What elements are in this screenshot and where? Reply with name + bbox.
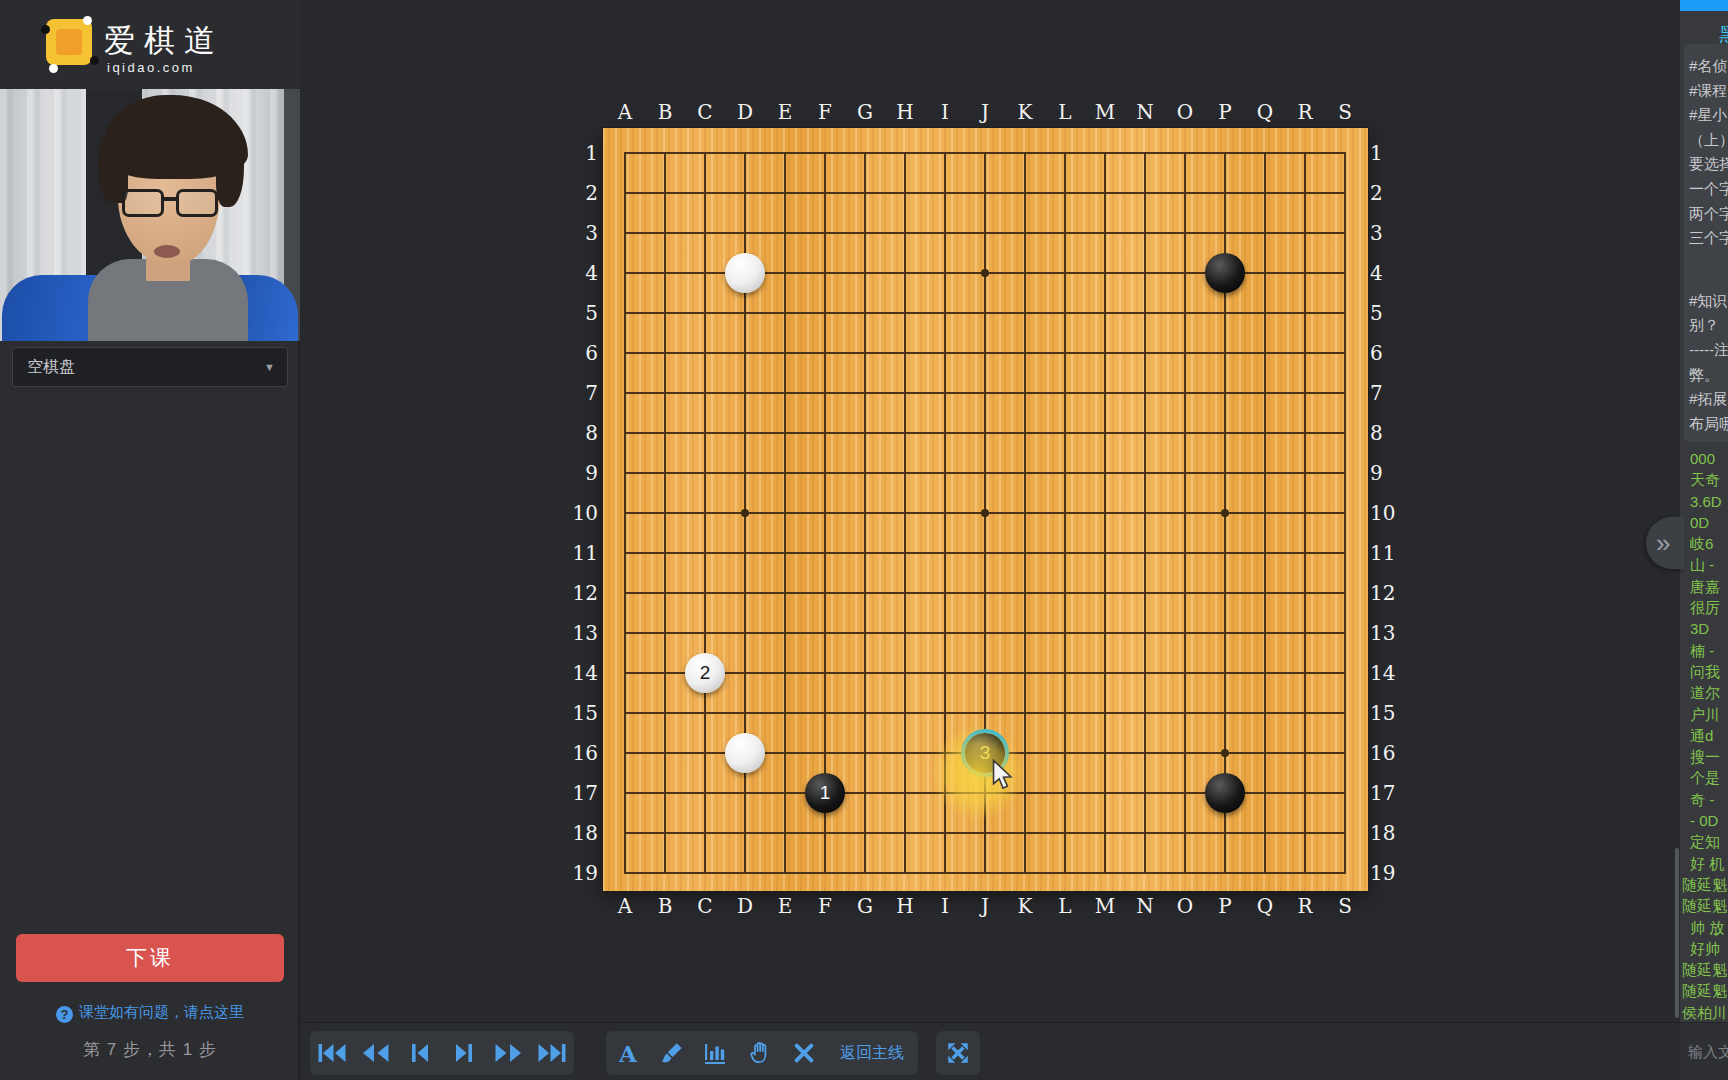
logo-white-stone-dot xyxy=(49,64,58,73)
column-label: I xyxy=(934,895,956,917)
row-label: 12 xyxy=(1370,582,1396,604)
instructor-mouth xyxy=(154,245,180,258)
column-label: O xyxy=(1174,895,1196,917)
chat-message-line: 随延魁 xyxy=(1682,959,1728,980)
chat-message-line: - 0D xyxy=(1682,810,1728,831)
brush-tool-button[interactable] xyxy=(650,1031,694,1075)
row-label: 5 xyxy=(1370,302,1396,324)
black-stone-P17[interactable] xyxy=(1205,773,1245,813)
row-label: 1 xyxy=(572,142,598,164)
iqidao-logo-icon xyxy=(40,15,96,71)
app-title: 爱棋道 xyxy=(104,20,224,62)
chat-panel-top-bar xyxy=(1680,0,1728,11)
glasses-bridge xyxy=(162,197,178,201)
iqidao-classroom-app: 爱棋道 iqidao.com 空棋盘 ▼ 下课 ?课堂如有问题，请点这里 xyxy=(0,0,1728,1080)
return-mainline-button[interactable]: 返回主线 xyxy=(826,1043,918,1064)
column-label: N xyxy=(1134,101,1156,123)
fast-forward-button[interactable] xyxy=(486,1031,530,1075)
star-point xyxy=(1221,509,1229,517)
chat-message-line: 奇 - xyxy=(1682,789,1728,810)
row-label: 2 xyxy=(1370,182,1396,204)
column-label: M xyxy=(1094,101,1116,123)
row-label: 8 xyxy=(1370,422,1396,444)
chat-message-line: 随延魁 xyxy=(1682,874,1728,895)
chat-message-line: 3D xyxy=(1682,618,1728,639)
chat-message-line: 很厉 xyxy=(1682,597,1728,618)
skip-to-start-icon xyxy=(317,1042,347,1064)
close-tool-icon xyxy=(793,1042,815,1064)
announcement-line: 一个字 xyxy=(1689,177,1728,202)
row-label: 3 xyxy=(1370,222,1396,244)
announcement-line: 两个字 xyxy=(1689,202,1728,227)
row-label: 13 xyxy=(572,622,598,644)
announcement-line: #名侦 xyxy=(1689,54,1728,79)
chat-message-line: 道尔 xyxy=(1682,682,1728,703)
help-link-label: 课堂如有问题，请点这里 xyxy=(79,1003,244,1020)
chat-message-line: 楠 - xyxy=(1682,640,1728,661)
row-label: 10 xyxy=(572,502,598,524)
row-label: 9 xyxy=(572,462,598,484)
step-forward-button[interactable] xyxy=(442,1031,486,1075)
column-label: B xyxy=(654,895,676,917)
row-label: 19 xyxy=(572,862,598,884)
star-point xyxy=(741,509,749,517)
announcement-gap xyxy=(1689,251,1728,289)
chat-input-placeholder: 输入文 xyxy=(1688,1043,1728,1062)
row-label: 11 xyxy=(572,542,598,564)
row-label: 9 xyxy=(1370,462,1396,484)
chat-panel: 黑 #名侦#课程#星小（上）要选择一个字两个字三个字#知识别？-----注弊。#… xyxy=(1680,0,1728,1080)
column-label: M xyxy=(1094,895,1116,917)
announcement-line: 要选择 xyxy=(1689,152,1728,177)
go-board[interactable]: AABBCCDDEEFFGGHHIIJJKKLLMMNNOOPPQQRRSS11… xyxy=(603,128,1368,891)
announcement-line: #课程 xyxy=(1689,79,1728,104)
black-stone-P4[interactable] xyxy=(1205,253,1245,293)
row-label: 18 xyxy=(1370,822,1396,844)
fullscreen-button[interactable] xyxy=(936,1031,980,1075)
column-label: K xyxy=(1014,895,1036,917)
chevron-right-icon: » xyxy=(1656,528,1670,559)
row-label: 19 xyxy=(1370,862,1396,884)
logo-black-stone-dot xyxy=(90,56,99,65)
board-select-dropdown[interactable]: 空棋盘 ▼ xyxy=(12,347,288,387)
skip-to-end-button[interactable] xyxy=(530,1031,574,1075)
column-label: Q xyxy=(1254,895,1276,917)
announcement-card: #名侦#课程#星小（上）要选择一个字两个字三个字#知识别？-----注弊。#拓展… xyxy=(1684,44,1728,442)
chat-message-line: 帅 放 xyxy=(1682,917,1728,938)
column-label: N xyxy=(1134,895,1156,917)
skip-to-end-icon xyxy=(537,1042,567,1064)
black-stone-F17[interactable]: 1 xyxy=(805,773,845,813)
chat-message-line: 好 机 xyxy=(1682,853,1728,874)
column-label: J xyxy=(974,101,996,123)
row-label: 7 xyxy=(572,382,598,404)
column-label: F xyxy=(814,101,836,123)
row-label: 6 xyxy=(572,342,598,364)
column-label: O xyxy=(1174,101,1196,123)
hand-tool-button[interactable] xyxy=(738,1031,782,1075)
column-label: I xyxy=(934,101,956,123)
column-label: F xyxy=(814,895,836,917)
logo-inner-square xyxy=(56,29,82,55)
fullscreen-group xyxy=(936,1031,980,1075)
chat-message-line: 岐6 xyxy=(1682,533,1728,554)
column-label: L xyxy=(1054,101,1076,123)
announcement-line: -----注 xyxy=(1689,338,1728,363)
step-back-icon xyxy=(409,1042,431,1064)
announcement-line: #星小 xyxy=(1689,103,1728,128)
white-stone-D4[interactable] xyxy=(725,253,765,293)
row-label: 6 xyxy=(1370,342,1396,364)
column-label: P xyxy=(1214,895,1236,917)
close-tool-button[interactable] xyxy=(782,1031,826,1075)
row-label: 17 xyxy=(1370,782,1396,804)
chat-message-line: 定知 xyxy=(1682,831,1728,852)
row-label: 1 xyxy=(1370,142,1396,164)
dismiss-class-button[interactable]: 下课 xyxy=(16,934,284,982)
column-label: P xyxy=(1214,101,1236,123)
column-label: E xyxy=(774,101,796,123)
column-label: R xyxy=(1294,101,1316,123)
chat-message-line: 通d xyxy=(1682,725,1728,746)
column-label: E xyxy=(774,895,796,917)
step-forward-icon xyxy=(453,1042,475,1064)
chat-message-line: 随延魁 xyxy=(1682,980,1728,1001)
column-label: A xyxy=(614,895,636,917)
chat-message-line: 000 xyxy=(1682,448,1728,469)
row-label: 17 xyxy=(572,782,598,804)
chat-message-line: 户川 xyxy=(1682,704,1728,725)
row-label: 14 xyxy=(572,662,598,684)
chat-message-line: 天奇 xyxy=(1682,469,1728,490)
column-label: C xyxy=(694,101,716,123)
row-label: 11 xyxy=(1370,542,1396,564)
row-label: 7 xyxy=(1370,382,1396,404)
column-label: S xyxy=(1334,101,1356,123)
row-label: 15 xyxy=(1370,702,1396,724)
panel-collapse-button[interactable]: » xyxy=(1646,517,1684,569)
row-label: 16 xyxy=(1370,742,1396,764)
left-sidebar: 爱棋道 iqidao.com 空棋盘 ▼ 下课 ?课堂如有问题，请点这里 xyxy=(0,0,300,1080)
black-stone-J16[interactable]: 3 xyxy=(965,733,1005,773)
instructor-webcam-video xyxy=(0,89,300,341)
logo-white-stone-dot xyxy=(83,16,92,25)
row-label: 4 xyxy=(572,262,598,284)
chat-message-line: 0D xyxy=(1682,512,1728,533)
column-label: R xyxy=(1294,895,1316,917)
text-tool-icon: A xyxy=(619,1040,637,1067)
row-label: 12 xyxy=(572,582,598,604)
column-label: K xyxy=(1014,101,1036,123)
column-label: D xyxy=(734,101,756,123)
row-label: 8 xyxy=(572,422,598,444)
chat-input[interactable]: 输入文 xyxy=(1680,1022,1728,1080)
announcement-line: 弊。 xyxy=(1689,363,1728,388)
column-label: C xyxy=(694,895,716,917)
logo-black-stone-dot xyxy=(41,25,50,34)
row-label: 10 xyxy=(1370,502,1396,524)
row-label: 3 xyxy=(572,222,598,244)
row-label: 2 xyxy=(572,182,598,204)
chevron-down-icon: ▼ xyxy=(264,348,275,386)
star-point xyxy=(1221,749,1229,757)
step-back-button[interactable] xyxy=(398,1031,442,1075)
row-label: 13 xyxy=(1370,622,1396,644)
star-point xyxy=(981,269,989,277)
row-label: 15 xyxy=(572,702,598,724)
text-tool-button[interactable]: A xyxy=(606,1031,650,1075)
chart-tool-button[interactable] xyxy=(694,1031,738,1075)
glasses-right-lens xyxy=(176,189,218,217)
column-label: B xyxy=(654,101,676,123)
fast-rewind-button[interactable] xyxy=(354,1031,398,1075)
column-label: Q xyxy=(1254,101,1276,123)
white-stone-D16[interactable] xyxy=(725,733,765,773)
chat-messages: 000天奇3.6D0D岐6山 -唐嘉很厉3D楠 -问我道尔户川通d搜一个是奇 -… xyxy=(1682,448,1728,1023)
hand-tool-icon xyxy=(748,1041,772,1065)
fast-rewind-icon xyxy=(361,1042,391,1064)
instructor-hair xyxy=(216,129,244,207)
column-label: G xyxy=(854,895,876,917)
column-label: D xyxy=(734,895,756,917)
bottom-toolbar: A返回主线 xyxy=(302,1022,1680,1080)
white-stone-C14[interactable]: 2 xyxy=(685,653,725,693)
help-link[interactable]: ?课堂如有问题，请点这里 xyxy=(0,1003,300,1023)
row-label: 5 xyxy=(572,302,598,324)
column-label: H xyxy=(894,101,916,123)
chat-message-line: 山 - xyxy=(1682,554,1728,575)
row-label: 4 xyxy=(1370,262,1396,284)
app-domain: iqidao.com xyxy=(107,60,195,75)
glasses-left-lens xyxy=(122,189,164,217)
chat-message-line: 侯柏川 xyxy=(1682,1002,1728,1023)
annotation-tools-group: A返回主线 xyxy=(606,1031,918,1075)
chat-message-line: 搜一 xyxy=(1682,746,1728,767)
board-select-value: 空棋盘 xyxy=(27,358,75,375)
chat-message-line: 随延魁 xyxy=(1682,895,1728,916)
announcement-line: #知识 xyxy=(1689,289,1728,314)
announcement-line: 三个字 xyxy=(1689,226,1728,251)
announcement-line: 别？ xyxy=(1689,313,1728,338)
column-label: L xyxy=(1054,895,1076,917)
column-label: S xyxy=(1334,895,1356,917)
chat-message-line: 唐嘉 xyxy=(1682,576,1728,597)
fullscreen-icon xyxy=(945,1040,971,1066)
logo: 爱棋道 iqidao.com xyxy=(0,0,300,88)
row-label: 14 xyxy=(1370,662,1396,684)
fast-forward-icon xyxy=(493,1042,523,1064)
column-label: J xyxy=(974,895,996,917)
chat-message-line: 个是 xyxy=(1682,767,1728,788)
chat-message-line: 3.6D xyxy=(1682,491,1728,512)
column-label: G xyxy=(854,101,876,123)
question-icon: ? xyxy=(56,1006,73,1023)
chart-tool-icon xyxy=(704,1041,728,1065)
announcement-line: 布局哪 xyxy=(1689,412,1728,437)
chat-scrollbar[interactable] xyxy=(1675,848,1679,1018)
row-label: 16 xyxy=(572,742,598,764)
step-status: 第 7 步，共 1 步 xyxy=(0,1038,300,1061)
skip-to-start-button[interactable] xyxy=(310,1031,354,1075)
announcement-line: #拓展 xyxy=(1689,387,1728,412)
star-point xyxy=(981,509,989,517)
move-navigation-group xyxy=(310,1031,574,1075)
chat-message-line: 好帅 xyxy=(1682,938,1728,959)
announcement-line: （上） xyxy=(1689,128,1728,153)
chat-message-line: 问我 xyxy=(1682,661,1728,682)
column-label: A xyxy=(614,101,636,123)
brush-tool-icon xyxy=(660,1041,684,1065)
column-label: H xyxy=(894,895,916,917)
row-label: 18 xyxy=(572,822,598,844)
